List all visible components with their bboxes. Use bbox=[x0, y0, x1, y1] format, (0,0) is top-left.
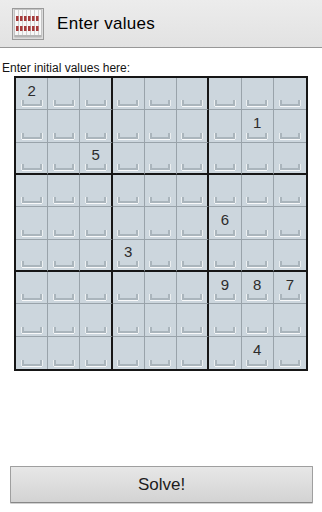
sudoku-cell-r8c3[interactable] bbox=[80, 304, 112, 336]
sudoku-cell-r1c8[interactable] bbox=[242, 78, 274, 110]
sudoku-cell-r6c1[interactable] bbox=[16, 240, 48, 272]
sudoku-cell-r2c4[interactable] bbox=[113, 110, 145, 142]
sudoku-cell-r4c6[interactable] bbox=[177, 175, 209, 207]
sudoku-cell-r2c6[interactable] bbox=[177, 110, 209, 142]
sudoku-cell-r6c9[interactable] bbox=[274, 240, 306, 272]
sudoku-cell-r2c1[interactable] bbox=[16, 110, 48, 142]
sudoku-cell-r4c1[interactable] bbox=[16, 175, 48, 207]
sudoku-cell-r5c5[interactable] bbox=[145, 207, 177, 239]
sudoku-cell-r3c1[interactable] bbox=[16, 143, 48, 175]
sudoku-cell-r8c1[interactable] bbox=[16, 304, 48, 336]
sudoku-cell-r6c4[interactable]: 3 bbox=[113, 240, 145, 272]
sudoku-cell-r3c7[interactable] bbox=[209, 143, 241, 175]
sudoku-cell-r5c8[interactable] bbox=[242, 207, 274, 239]
sudoku-cell-r3c2[interactable] bbox=[48, 143, 80, 175]
sudoku-cell-r8c8[interactable] bbox=[242, 304, 274, 336]
sudoku-board: 215639874 bbox=[14, 76, 308, 371]
sudoku-solver-app-icon bbox=[12, 8, 44, 40]
sudoku-cell-r7c7[interactable]: 9 bbox=[209, 272, 241, 304]
sudoku-cell-r8c4[interactable] bbox=[113, 304, 145, 336]
sudoku-cell-r7c2[interactable] bbox=[48, 272, 80, 304]
sudoku-cell-r2c5[interactable] bbox=[145, 110, 177, 142]
sudoku-cell-r9c4[interactable] bbox=[113, 337, 145, 369]
sudoku-cell-r3c5[interactable] bbox=[145, 143, 177, 175]
sudoku-cell-r5c9[interactable] bbox=[274, 207, 306, 239]
sudoku-cell-r7c8[interactable]: 8 bbox=[242, 272, 274, 304]
sudoku-cell-r8c5[interactable] bbox=[145, 304, 177, 336]
sudoku-cell-r8c2[interactable] bbox=[48, 304, 80, 336]
sudoku-cell-r7c4[interactable] bbox=[113, 272, 145, 304]
sudoku-cell-r3c9[interactable] bbox=[274, 143, 306, 175]
sudoku-cell-r9c1[interactable] bbox=[16, 337, 48, 369]
sudoku-cell-r8c7[interactable] bbox=[209, 304, 241, 336]
sudoku-cell-r9c7[interactable] bbox=[209, 337, 241, 369]
sudoku-cell-r2c3[interactable] bbox=[80, 110, 112, 142]
sudoku-cell-r7c6[interactable] bbox=[177, 272, 209, 304]
sudoku-cell-r6c3[interactable] bbox=[80, 240, 112, 272]
sudoku-cell-r1c9[interactable] bbox=[274, 78, 306, 110]
sudoku-cell-r3c3[interactable]: 5 bbox=[80, 143, 112, 175]
sudoku-cell-r6c8[interactable] bbox=[242, 240, 274, 272]
sudoku-cell-r9c8[interactable]: 4 bbox=[242, 337, 274, 369]
sudoku-cell-r1c2[interactable] bbox=[48, 78, 80, 110]
sudoku-cell-r1c5[interactable] bbox=[145, 78, 177, 110]
sudoku-cell-r2c8[interactable]: 1 bbox=[242, 110, 274, 142]
sudoku-cell-r6c7[interactable] bbox=[209, 240, 241, 272]
sudoku-cell-r3c8[interactable] bbox=[242, 143, 274, 175]
sudoku-cell-r4c2[interactable] bbox=[48, 175, 80, 207]
sudoku-cell-r7c5[interactable] bbox=[145, 272, 177, 304]
sudoku-cell-r4c3[interactable] bbox=[80, 175, 112, 207]
sudoku-cell-r2c9[interactable] bbox=[274, 110, 306, 142]
sudoku-cell-r7c3[interactable] bbox=[80, 272, 112, 304]
sudoku-cell-r1c1[interactable]: 2 bbox=[16, 78, 48, 110]
sudoku-cell-r5c7[interactable]: 6 bbox=[209, 207, 241, 239]
sudoku-cell-r8c6[interactable] bbox=[177, 304, 209, 336]
sudoku-cell-r7c1[interactable] bbox=[16, 272, 48, 304]
sudoku-cell-r3c4[interactable] bbox=[113, 143, 145, 175]
sudoku-cell-r7c9[interactable]: 7 bbox=[274, 272, 306, 304]
sudoku-cell-r4c4[interactable] bbox=[113, 175, 145, 207]
sudoku-cell-r5c4[interactable] bbox=[113, 207, 145, 239]
sudoku-cell-r5c2[interactable] bbox=[48, 207, 80, 239]
sudoku-cell-r9c2[interactable] bbox=[48, 337, 80, 369]
title-bar: Enter values bbox=[0, 0, 322, 48]
sudoku-cell-r6c6[interactable] bbox=[177, 240, 209, 272]
sudoku-cell-r9c5[interactable] bbox=[145, 337, 177, 369]
sudoku-cell-r5c6[interactable] bbox=[177, 207, 209, 239]
app-screen: Enter values Enter initial values here: … bbox=[0, 0, 322, 512]
sudoku-cell-r4c9[interactable] bbox=[274, 175, 306, 207]
sudoku-cell-r4c5[interactable] bbox=[145, 175, 177, 207]
sudoku-cell-r4c7[interactable] bbox=[209, 175, 241, 207]
sudoku-cell-r2c2[interactable] bbox=[48, 110, 80, 142]
sudoku-cell-r9c3[interactable] bbox=[80, 337, 112, 369]
solve-button[interactable]: Solve! bbox=[10, 466, 313, 503]
sudoku-cell-r1c6[interactable] bbox=[177, 78, 209, 110]
instruction-label: Enter initial values here: bbox=[2, 61, 130, 75]
sudoku-cell-r4c8[interactable] bbox=[242, 175, 274, 207]
sudoku-cell-r8c9[interactable] bbox=[274, 304, 306, 336]
sudoku-cell-r1c3[interactable] bbox=[80, 78, 112, 110]
sudoku-cell-r6c2[interactable] bbox=[48, 240, 80, 272]
sudoku-cell-r9c9[interactable] bbox=[274, 337, 306, 369]
sudoku-cell-r3c6[interactable] bbox=[177, 143, 209, 175]
sudoku-cell-r5c1[interactable] bbox=[16, 207, 48, 239]
sudoku-cell-r6c5[interactable] bbox=[145, 240, 177, 272]
sudoku-cell-r9c6[interactable] bbox=[177, 337, 209, 369]
sudoku-cell-r2c7[interactable] bbox=[209, 110, 241, 142]
sudoku-cell-r1c4[interactable] bbox=[113, 78, 145, 110]
sudoku-cell-r1c7[interactable] bbox=[209, 78, 241, 110]
page-title: Enter values bbox=[57, 14, 155, 34]
sudoku-cell-r5c3[interactable] bbox=[80, 207, 112, 239]
